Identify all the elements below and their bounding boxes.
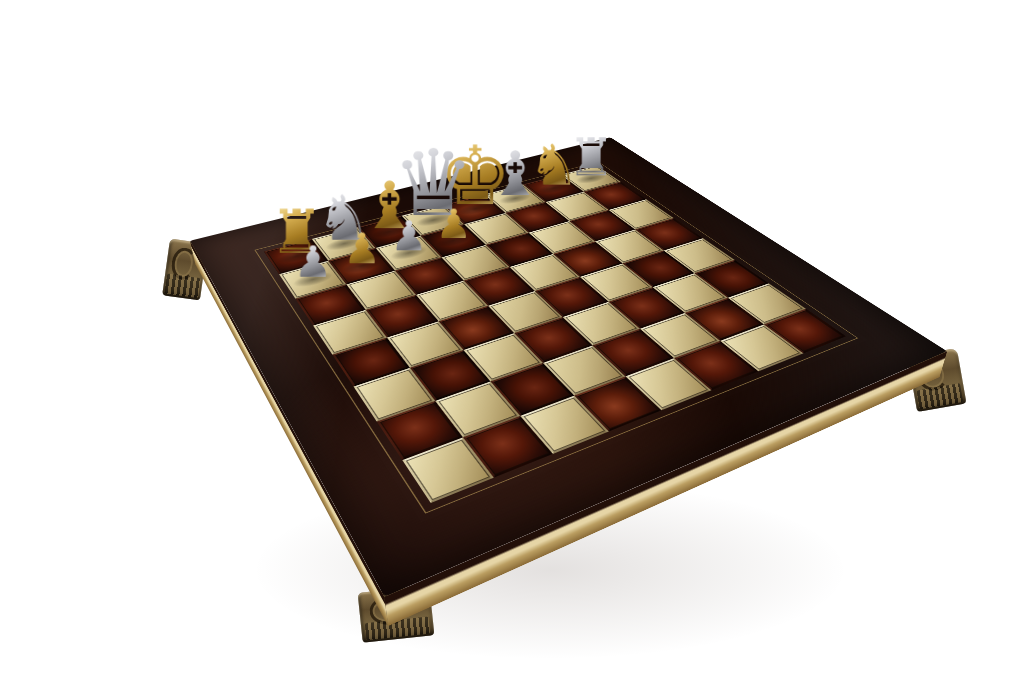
gold-pawn-b7: ♟ bbox=[343, 228, 381, 270]
silver-pawn-c7: ♟ bbox=[390, 216, 427, 257]
board-scene: ♜♞♝♛♚♝♞♜♟♟♟♟ bbox=[260, 16, 810, 566]
silver-pawn-a7: ♟ bbox=[293, 240, 332, 283]
gold-pawn-d7: ♟ bbox=[435, 204, 471, 244]
photo-stage: Metal chess set product photo: brass and… bbox=[0, 0, 1024, 682]
